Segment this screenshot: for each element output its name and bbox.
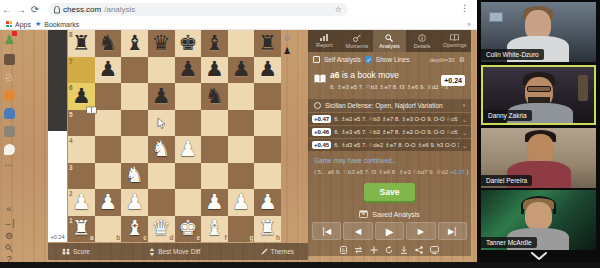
score-button[interactable]: Score — [62, 248, 90, 255]
square-c3[interactable]: ♞ — [121, 163, 148, 190]
bookmarks-shortcut[interactable]: ★ Bookmarks — [35, 20, 79, 28]
show-lines-checkbox[interactable] — [365, 56, 372, 63]
chevron-down-icon[interactable]: ⌄ — [462, 129, 467, 136]
move-navigation: |◀ ◀ ▶ ▶ ▶| — [312, 222, 467, 240]
square-a1[interactable]: 1a♜ — [68, 216, 95, 243]
square-f5[interactable] — [201, 110, 228, 137]
piece-c2[interactable]: ♟ — [121, 189, 148, 216]
evaluation-bar: +0.24 — [48, 30, 67, 242]
square-g1[interactable]: g — [228, 216, 255, 243]
square-h8[interactable]: ♜ — [254, 30, 281, 57]
piece-f8[interactable]: ♝ — [201, 30, 228, 57]
square-f8[interactable]: ♝ — [201, 30, 228, 57]
reset-icon[interactable] — [385, 246, 393, 254]
square-d1[interactable]: d♛ — [148, 216, 175, 243]
book-icon — [314, 74, 326, 84]
square-g6[interactable] — [228, 83, 255, 110]
square-c2[interactable]: ♟ — [121, 189, 148, 216]
square-b6[interactable] — [95, 83, 122, 110]
sidebar-collapse-icon[interactable]: « — [2, 202, 16, 216]
previous-move-button[interactable]: ◀ — [343, 222, 372, 240]
square-a2[interactable]: 2♟ — [68, 189, 95, 216]
self-analysis-label: Self Analysis — [324, 56, 361, 63]
game-continued-link[interactable]: Game may have continued... — [308, 151, 471, 166]
square-g4[interactable] — [228, 136, 255, 163]
participant-name: Danny Zakria — [483, 110, 532, 121]
square-d4[interactable]: ♞ — [148, 136, 175, 163]
piece-d1[interactable]: ♛ — [148, 216, 175, 243]
square-b8[interactable]: ♞ — [95, 30, 122, 57]
add-line-icon[interactable] — [370, 246, 378, 254]
square-e5[interactable] — [175, 110, 202, 137]
participant-name: Colin White-Dzuro — [481, 49, 544, 60]
sidebar-signin-icon[interactable]: →| — [2, 216, 16, 230]
opening-name-row[interactable]: Sicilian Defense: Open, Najdorf Variatio… — [308, 99, 471, 112]
browser-chrome: ← → ⟳ chess.com/analysis ☆ ⋮ Apps ★ Book… — [0, 0, 477, 30]
square-h1[interactable]: h♜ — [254, 216, 281, 243]
square-h3[interactable] — [254, 163, 281, 190]
score-icon — [62, 248, 70, 255]
square-g8[interactable] — [228, 30, 255, 57]
best-move-diff-button[interactable]: Best Move Diff — [149, 248, 200, 256]
depth-label: depth=30 — [430, 57, 455, 63]
square-c8[interactable]: ♝ — [121, 30, 148, 57]
square-h4[interactable] — [254, 136, 281, 163]
line-eval-badge: +0.46 — [312, 128, 331, 136]
forward-button[interactable]: → — [14, 4, 28, 15]
line-moves: 6. ♗d3 e5 7. ♘de2 ♗e7 8. O-O ♗e6 9. h3 O… — [334, 142, 459, 148]
board-bottom-bar: Score Best Move Diff Themes — [48, 243, 308, 260]
piece-d6[interactable]: ♟ — [148, 83, 175, 110]
piece-h8[interactable]: ♜ — [254, 30, 281, 57]
square-a7[interactable]: 7 — [68, 57, 95, 84]
square-a3[interactable]: 3 — [68, 163, 95, 190]
square-c5[interactable] — [121, 110, 148, 137]
url-path: /analysis — [104, 5, 135, 14]
square-g5[interactable] — [228, 110, 255, 137]
collapse-videos-chevron-icon[interactable] — [531, 252, 547, 260]
piece-c3[interactable]: ♞ — [121, 163, 148, 190]
square-c1[interactable]: c♝ — [121, 216, 148, 243]
square-d3[interactable] — [148, 163, 175, 190]
sidebar-item-more[interactable]: ⋯ — [2, 158, 16, 172]
mouse-cursor-icon — [157, 118, 166, 129]
square-f1[interactable]: f♝ — [201, 216, 228, 243]
square-e8[interactable]: ♚ — [175, 30, 202, 57]
line-eval-badge: +0.45 — [312, 141, 331, 149]
window-bottom-edge — [0, 262, 600, 268]
chesscom-logo-icon[interactable]: ♟ — [2, 32, 16, 46]
square-e3[interactable] — [175, 163, 202, 190]
apps-icon — [6, 21, 12, 27]
themes-button[interactable]: Themes — [260, 248, 294, 256]
next-move-button[interactable]: ▶ — [406, 222, 435, 240]
square-c6[interactable] — [121, 83, 148, 110]
sidebar-item-profile[interactable] — [2, 52, 16, 66]
site-sidebar: ♟ ♘ ⋯ « →| ⚙ ? — [0, 30, 20, 262]
share-icon[interactable] — [415, 246, 423, 254]
tab-report[interactable]: Report — [308, 30, 341, 52]
book-move-line[interactable]: 6. ♗e3 e5 7. ♘b3 ♗e7 8. f3 ♗e6 9. ♕d2 ♘b… — [330, 83, 448, 90]
details-icon — [418, 34, 426, 42]
square-b4[interactable] — [95, 136, 122, 163]
bookmarks-bar: Apps ★ Bookmarks » — [0, 19, 477, 30]
piece-h1[interactable]: ♜ — [254, 216, 281, 243]
screen: ← → ⟳ chess.com/analysis ☆ ⋮ Apps ★ Book… — [0, 0, 600, 268]
piece-f1[interactable]: ♝ — [201, 216, 228, 243]
square-b1[interactable]: b — [95, 216, 122, 243]
address-bar[interactable]: chess.com/analysis ☆ — [48, 3, 348, 16]
square-e1[interactable]: e♚ — [175, 216, 202, 243]
piece-e8[interactable]: ♚ — [175, 30, 202, 57]
book-move-marker-icon — [86, 106, 97, 115]
piece-a8[interactable]: ♜ — [68, 30, 95, 57]
saved-analysis-button[interactable]: Saved Analysis — [308, 210, 471, 218]
piece-h2[interactable]: ♟ — [254, 189, 281, 216]
wall-picture — [489, 12, 503, 22]
video-tile-tanner[interactable]: Tanner McArdle — [481, 190, 596, 250]
last-move-button[interactable]: ▶| — [438, 222, 467, 240]
square-d8[interactable]: ♛ — [148, 30, 175, 57]
piece-b2[interactable]: ♟ — [95, 189, 122, 216]
square-e6[interactable] — [175, 83, 202, 110]
sidebar-item-play[interactable]: ♘ — [2, 70, 16, 84]
url-host: chess.com — [63, 5, 101, 14]
piece-d8[interactable]: ♛ — [148, 30, 175, 57]
evaluation-value: +0.24 — [48, 234, 67, 240]
square-h5[interactable] — [254, 110, 281, 137]
saved-analysis-icon — [359, 210, 368, 218]
chevron-down-icon[interactable]: ⌄ — [462, 142, 467, 149]
square-f6[interactable]: ♞ — [201, 83, 228, 110]
back-button[interactable]: ← — [0, 4, 14, 15]
page-background: ♟ ♘ ⋯ « →| ⚙ ? +0.24 8♜♞♝♛♚♝♜7♟♟♟♟♟6♟♟♞5… — [0, 30, 477, 262]
flip-board-pawn-icon[interactable]: ♟ — [283, 46, 291, 56]
square-e2[interactable] — [175, 189, 202, 216]
themes-icon — [260, 248, 268, 256]
sidebar-item-learn[interactable] — [2, 106, 16, 120]
board-editor-icon[interactable] — [430, 246, 439, 254]
square-g3[interactable] — [228, 163, 255, 190]
square-b3[interactable] — [95, 163, 122, 190]
board-settings-icon[interactable]: ⚙ — [283, 34, 290, 43]
sidebar-item-puzzles[interactable] — [2, 88, 16, 102]
play-button[interactable]: ▶ — [375, 222, 404, 240]
square-d6[interactable]: ♟ — [148, 83, 175, 110]
tab-details[interactable]: Details — [406, 30, 439, 52]
piece-e1[interactable]: ♚ — [175, 216, 202, 243]
evaluation-bar-black — [48, 30, 67, 131]
square-d7[interactable] — [148, 57, 175, 84]
engine-line-2[interactable]: +0.46 6. ♗e3 e5 7. ♘b3 ♗e7 8. ♗e2 O-O 9.… — [308, 126, 471, 138]
report-icon — [320, 34, 328, 41]
video-call-panel: Colin White-Dzuro Danny Zakria Daniel Pe… — [477, 0, 600, 268]
current-eval-badge: +0.24 — [441, 75, 465, 86]
engine-settings-icon[interactable]: ⚙ — [459, 56, 465, 64]
best-move-diff-icon — [149, 248, 155, 256]
participant-face — [525, 202, 552, 230]
svg-text:b: b — [342, 247, 345, 253]
self-analysis-checkbox[interactable] — [313, 56, 320, 63]
sidebar-item-watch[interactable] — [2, 124, 16, 138]
piece-e7[interactable]: ♟ — [175, 57, 202, 84]
piece-f6[interactable]: ♞ — [201, 83, 228, 110]
reload-button[interactable]: ⟳ — [28, 4, 42, 15]
continuation-line: ( 5... a6 6. ♘b3 e5 7. f3 ♗e6 8. ♗e3 ♘bd… — [308, 166, 471, 177]
square-b7[interactable]: ♟ — [95, 57, 122, 84]
opening-chevron-icon: › — [463, 102, 465, 109]
explorer-icon[interactable]: b — [340, 246, 347, 254]
square-g7[interactable]: ♟ — [228, 57, 255, 84]
participant-face — [527, 134, 554, 164]
square-e7[interactable]: ♟ — [175, 57, 202, 84]
opening-name: Sicilian Defense: Open, Najdorf Variatio… — [325, 102, 443, 109]
engine-line-3[interactable]: +0.45 6. ♗d3 e5 7. ♘de2 ♗e7 8. O-O ♗e6 9… — [308, 139, 471, 151]
square-a8[interactable]: 8♜ — [68, 30, 95, 57]
piece-h7[interactable]: ♟ — [254, 57, 281, 84]
square-f7[interactable]: ♟ — [201, 57, 228, 84]
show-lines-label: Show Lines — [376, 56, 410, 63]
line-eval-badge: +0.47 — [312, 115, 331, 123]
participant-name: Daniel Pereira — [481, 175, 532, 186]
square-h7[interactable]: ♟ — [254, 57, 281, 84]
analysis-options: Self Analysis Show Lines depth=30 ⚙ — [308, 52, 471, 67]
video-tile-daniel[interactable]: Daniel Pereira — [481, 128, 596, 188]
square-c7[interactable] — [121, 57, 148, 84]
download-icon[interactable] — [400, 246, 408, 254]
line-moves: 6. ♗e2 e5 7. ♘b3 ♗e7 8. ♗e3 O-O 9. O-O ♘… — [334, 116, 459, 122]
glasses — [527, 86, 551, 92]
square-h2[interactable]: ♟ — [254, 189, 281, 216]
lock-icon — [54, 6, 60, 14]
panel-tabs: Report Moments Analysis Details Openings — [308, 30, 471, 52]
save-button[interactable]: Save — [364, 183, 416, 201]
piece-g2[interactable]: ♟ — [228, 189, 255, 216]
piece-c8[interactable]: ♝ — [121, 30, 148, 57]
square-h6[interactable] — [254, 83, 281, 110]
square-f2[interactable]: ♟ — [201, 189, 228, 216]
bookmark-star-icon[interactable]: ☆ — [335, 5, 342, 14]
square-c4[interactable] — [121, 136, 148, 163]
piece-f7[interactable]: ♟ — [201, 57, 228, 84]
wall-lamp — [578, 75, 588, 101]
piece-b8[interactable]: ♞ — [95, 30, 122, 57]
chevron-down-icon[interactable]: ⌄ — [462, 116, 467, 123]
apps-shortcut[interactable]: Apps — [6, 21, 31, 28]
piece-a1[interactable]: ♜ — [68, 216, 95, 243]
browser-menu-icon[interactable]: ⋮ — [460, 3, 469, 13]
participant-name: Tanner McArdle — [481, 237, 537, 248]
video-tile-colin[interactable]: Colin White-Dzuro — [481, 2, 596, 62]
square-e4[interactable]: ♟ — [175, 136, 202, 163]
square-d2[interactable] — [148, 189, 175, 216]
tab-moments[interactable]: Moments — [341, 30, 374, 52]
notification-badge — [12, 31, 17, 36]
openings-icon — [450, 34, 459, 41]
tab-analysis[interactable]: Analysis — [373, 30, 406, 52]
square-a4[interactable]: 4 — [68, 136, 95, 163]
sidebar-item-chat[interactable] — [2, 142, 16, 156]
square-b2[interactable]: ♟ — [95, 189, 122, 216]
opening-icon — [314, 102, 321, 109]
piece-f2[interactable]: ♟ — [201, 189, 228, 216]
piece-a2[interactable]: ♟ — [68, 189, 95, 216]
star-icon: ★ — [35, 20, 41, 28]
first-move-button[interactable]: |◀ — [312, 222, 341, 240]
flip-board-icon[interactable] — [354, 246, 363, 254]
square-f3[interactable] — [201, 163, 228, 190]
square-g2[interactable]: ♟ — [228, 189, 255, 216]
piece-c1[interactable]: ♝ — [121, 216, 148, 243]
analysis-icon — [385, 34, 393, 42]
line-moves: 6. ♗e3 e5 7. ♘b3 ♗e7 8. ♗e2 O-O 9. O-O ♘… — [334, 129, 459, 135]
piece-b7[interactable]: ♟ — [95, 57, 122, 84]
video-tile-danny-active-speaker[interactable]: Danny Zakria — [481, 65, 596, 125]
square-f4[interactable] — [201, 136, 228, 163]
panel-tools: b — [308, 244, 471, 256]
engine-line-1[interactable]: +0.47 6. ♗e2 e5 7. ♘b3 ♗e7 8. ♗e3 O-O 9.… — [308, 113, 471, 125]
piece-e4[interactable]: ♟ — [175, 136, 202, 163]
tab-openings[interactable]: Openings — [438, 30, 471, 52]
moments-icon — [353, 34, 361, 42]
chess-board: 8♜♞♝♛♚♝♜7♟♟♟♟♟6♟♟♞54♞♟3♞2♟♟♟♟♟♟1a♜bc♝d♛e… — [68, 30, 281, 242]
bookmarks-overflow-icon[interactable]: » — [467, 21, 471, 28]
book-move-section: a6 is a book move 6. ♗e3 e5 7. ♘b3 ♗e7 8… — [308, 67, 471, 99]
piece-d4[interactable]: ♞ — [148, 136, 175, 163]
piece-g7[interactable]: ♟ — [228, 57, 255, 84]
square-b5[interactable] — [95, 110, 122, 137]
analysis-panel: Report Moments Analysis Details Openings — [308, 30, 471, 256]
